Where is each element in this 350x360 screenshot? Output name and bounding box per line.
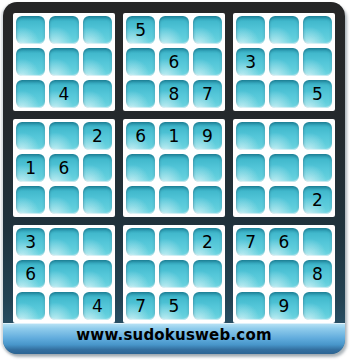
- site-url-text: www.sudokusweb.com: [76, 326, 271, 344]
- cell-r2c2[interactable]: [49, 48, 78, 76]
- cell-r6c9[interactable]: 2: [303, 186, 332, 214]
- cell-r7c2[interactable]: [49, 228, 78, 256]
- cell-r6c7[interactable]: [236, 186, 265, 214]
- cell-r3c7[interactable]: [236, 80, 265, 108]
- cell-r7c7[interactable]: 7: [236, 228, 265, 256]
- sudoku-board-grid: 456873521661923642757689: [13, 13, 335, 323]
- cell-r2c7[interactable]: 3: [236, 48, 265, 76]
- cell-r7c8[interactable]: 6: [269, 228, 298, 256]
- cell-r8c3[interactable]: [83, 260, 112, 288]
- cell-r3c4[interactable]: [126, 80, 155, 108]
- cell-r3c6[interactable]: 7: [193, 80, 222, 108]
- box-2-3: 2: [233, 119, 335, 217]
- cell-r4c6[interactable]: 9: [193, 122, 222, 150]
- cell-r9c2[interactable]: [49, 292, 78, 320]
- cell-r8c8[interactable]: [269, 260, 298, 288]
- cell-r5c2[interactable]: 6: [49, 154, 78, 182]
- cell-r6c4[interactable]: [126, 186, 155, 214]
- cell-r7c5[interactable]: [159, 228, 188, 256]
- cell-r1c8[interactable]: [269, 16, 298, 44]
- cell-r5c3[interactable]: [83, 154, 112, 182]
- cell-r6c8[interactable]: [269, 186, 298, 214]
- cell-r1c1[interactable]: [16, 16, 45, 44]
- cell-r4c7[interactable]: [236, 122, 265, 150]
- cell-r3c9[interactable]: 5: [303, 80, 332, 108]
- cell-r9c4[interactable]: 7: [126, 292, 155, 320]
- cell-r5c8[interactable]: [269, 154, 298, 182]
- cell-r5c5[interactable]: [159, 154, 188, 182]
- cell-r9c1[interactable]: [16, 292, 45, 320]
- cell-r8c7[interactable]: [236, 260, 265, 288]
- cell-r4c2[interactable]: [49, 122, 78, 150]
- cell-r2c9[interactable]: [303, 48, 332, 76]
- cell-r1c2[interactable]: [49, 16, 78, 44]
- cell-r9c3[interactable]: 4: [83, 292, 112, 320]
- cell-r1c7[interactable]: [236, 16, 265, 44]
- cell-r3c2[interactable]: 4: [49, 80, 78, 108]
- cell-r4c4[interactable]: 6: [126, 122, 155, 150]
- box-1-2: 5687: [123, 13, 225, 111]
- cell-r1c5[interactable]: [159, 16, 188, 44]
- cell-r3c8[interactable]: [269, 80, 298, 108]
- cell-r7c9[interactable]: [303, 228, 332, 256]
- box-3-2: 275: [123, 225, 225, 323]
- cell-r4c9[interactable]: [303, 122, 332, 150]
- cell-r5c9[interactable]: [303, 154, 332, 182]
- cell-r7c4[interactable]: [126, 228, 155, 256]
- cell-r2c6[interactable]: [193, 48, 222, 76]
- cell-r5c1[interactable]: 1: [16, 154, 45, 182]
- cell-r1c4[interactable]: 5: [126, 16, 155, 44]
- box-2-1: 216: [13, 119, 115, 217]
- cell-r3c1[interactable]: [16, 80, 45, 108]
- cell-r7c3[interactable]: [83, 228, 112, 256]
- cell-r6c5[interactable]: [159, 186, 188, 214]
- cell-r6c1[interactable]: [16, 186, 45, 214]
- cell-r5c6[interactable]: [193, 154, 222, 182]
- cell-r8c1[interactable]: 6: [16, 260, 45, 288]
- cell-r4c5[interactable]: 1: [159, 122, 188, 150]
- cell-r2c8[interactable]: [269, 48, 298, 76]
- cell-r8c4[interactable]: [126, 260, 155, 288]
- cell-r4c1[interactable]: [16, 122, 45, 150]
- cell-r1c6[interactable]: [193, 16, 222, 44]
- cell-r8c2[interactable]: [49, 260, 78, 288]
- cell-r3c5[interactable]: 8: [159, 80, 188, 108]
- cell-r6c2[interactable]: [49, 186, 78, 214]
- cell-r8c6[interactable]: [193, 260, 222, 288]
- cell-r2c5[interactable]: 6: [159, 48, 188, 76]
- cell-r5c4[interactable]: [126, 154, 155, 182]
- cell-r8c9[interactable]: 8: [303, 260, 332, 288]
- cell-r2c3[interactable]: [83, 48, 112, 76]
- box-2-2: 619: [123, 119, 225, 217]
- cell-r4c3[interactable]: 2: [83, 122, 112, 150]
- cell-r7c1[interactable]: 3: [16, 228, 45, 256]
- cell-r9c8[interactable]: 9: [269, 292, 298, 320]
- cell-r2c4[interactable]: [126, 48, 155, 76]
- box-1-1: 4: [13, 13, 115, 111]
- cell-r5c7[interactable]: [236, 154, 265, 182]
- box-1-3: 35: [233, 13, 335, 111]
- cell-r9c9[interactable]: [303, 292, 332, 320]
- site-footer: www.sudokusweb.com: [3, 323, 345, 354]
- cell-r2c1[interactable]: [16, 48, 45, 76]
- cell-r4c8[interactable]: [269, 122, 298, 150]
- page-background: 456873521661923642757689 www.sudokusweb.…: [0, 0, 350, 360]
- cell-r9c6[interactable]: [193, 292, 222, 320]
- cell-r6c3[interactable]: [83, 186, 112, 214]
- cell-r1c9[interactable]: [303, 16, 332, 44]
- sudoku-board: 456873521661923642757689 www.sudokusweb.…: [3, 2, 345, 354]
- cell-r6c6[interactable]: [193, 186, 222, 214]
- cell-r1c3[interactable]: [83, 16, 112, 44]
- cell-r9c5[interactable]: 5: [159, 292, 188, 320]
- cell-r9c7[interactable]: [236, 292, 265, 320]
- box-3-1: 364: [13, 225, 115, 323]
- cell-r8c5[interactable]: [159, 260, 188, 288]
- box-3-3: 7689: [233, 225, 335, 323]
- cell-r3c3[interactable]: [83, 80, 112, 108]
- cell-r7c6[interactable]: 2: [193, 228, 222, 256]
